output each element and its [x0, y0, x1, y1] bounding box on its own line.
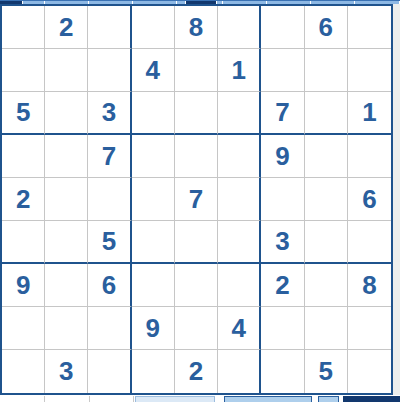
sudoku-cell-r4c1[interactable] [2, 135, 45, 178]
sudoku-cell-r1c6[interactable] [218, 6, 261, 49]
cell-divider-sliver [44, 396, 46, 402]
sudoku-cell-r7c8[interactable] [305, 264, 348, 307]
sudoku-cell-r6c8[interactable] [305, 221, 348, 264]
sudoku-cell-r5c2[interactable] [45, 178, 88, 221]
button-sliver[interactable] [135, 396, 215, 402]
sudoku-cell-r1c2[interactable]: 2 [45, 6, 88, 49]
sudoku-cell-r9c6[interactable] [218, 350, 261, 393]
sudoku-cell-r3c7[interactable]: 7 [261, 92, 304, 135]
sudoku-cell-r8c8[interactable] [305, 307, 348, 350]
sudoku-cell-r6c5[interactable] [175, 221, 218, 264]
sudoku-cell-r2c7[interactable] [261, 49, 304, 92]
sudoku-cell-r3c1[interactable]: 5 [2, 92, 45, 135]
sudoku-cell-r9c7[interactable] [261, 350, 304, 393]
sudoku-cell-r4c3[interactable]: 7 [88, 135, 131, 178]
sudoku-cell-r9c1[interactable] [2, 350, 45, 393]
sudoku-cell-r9c8[interactable]: 5 [305, 350, 348, 393]
sudoku-cell-r6c3[interactable]: 5 [88, 221, 131, 264]
sudoku-cell-r8c5[interactable] [175, 307, 218, 350]
sudoku-cell-r5c3[interactable] [88, 178, 131, 221]
sudoku-cell-r6c7[interactable]: 3 [261, 221, 304, 264]
button-sliver[interactable] [318, 396, 339, 402]
sudoku-cell-r9c4[interactable] [132, 350, 175, 393]
sudoku-cell-r7c1[interactable]: 9 [2, 264, 45, 307]
sudoku-cell-r9c9[interactable] [348, 350, 391, 393]
dark-panel-sliver [343, 396, 400, 402]
sudoku-cell-r8c9[interactable] [348, 307, 391, 350]
sudoku-cell-r3c2[interactable] [45, 92, 88, 135]
sudoku-cell-r5c1[interactable]: 2 [2, 178, 45, 221]
sudoku-cell-r4c9[interactable] [348, 135, 391, 178]
sudoku-cell-r4c7[interactable]: 9 [261, 135, 304, 178]
sudoku-cell-r5c4[interactable] [132, 178, 175, 221]
sudoku-board-wrap: 2864153717927653962894325 [0, 4, 393, 395]
sudoku-cell-r2c1[interactable] [2, 49, 45, 92]
sudoku-cell-r7c9[interactable]: 8 [348, 264, 391, 307]
sudoku-cell-r9c3[interactable] [88, 350, 131, 393]
sudoku-cell-r1c1[interactable] [2, 6, 45, 49]
sudoku-cell-r2c3[interactable] [88, 49, 131, 92]
sudoku-cell-r9c2[interactable]: 3 [45, 350, 88, 393]
sudoku-cell-r1c3[interactable] [88, 6, 131, 49]
sudoku-cell-r2c5[interactable] [175, 49, 218, 92]
sudoku-cell-r2c4[interactable]: 4 [132, 49, 175, 92]
sudoku-cell-r2c9[interactable] [348, 49, 391, 92]
sudoku-cell-r7c2[interactable] [45, 264, 88, 307]
sudoku-cell-r4c6[interactable] [218, 135, 261, 178]
sudoku-cell-r6c6[interactable] [218, 221, 261, 264]
sudoku-cell-r6c4[interactable] [132, 221, 175, 264]
sudoku-cell-r9c5[interactable]: 2 [175, 350, 218, 393]
sudoku-cell-r8c1[interactable] [2, 307, 45, 350]
sudoku-cell-r1c4[interactable] [132, 6, 175, 49]
sudoku-cell-r4c8[interactable] [305, 135, 348, 178]
sudoku-cell-r4c5[interactable] [175, 135, 218, 178]
sudoku-cell-r5c7[interactable] [261, 178, 304, 221]
sudoku-cell-r3c5[interactable] [175, 92, 218, 135]
sudoku-cell-r5c9[interactable]: 6 [348, 178, 391, 221]
sudoku-board: 2864153717927653962894325 [0, 4, 393, 395]
sudoku-cell-r2c2[interactable] [45, 49, 88, 92]
sudoku-cell-r3c3[interactable]: 3 [88, 92, 131, 135]
sudoku-cell-r7c4[interactable] [132, 264, 175, 307]
sudoku-cell-r7c6[interactable] [218, 264, 261, 307]
sudoku-cell-r2c8[interactable] [305, 49, 348, 92]
sudoku-cell-r3c4[interactable] [132, 92, 175, 135]
page-gutter [393, 4, 400, 395]
sudoku-cell-r1c9[interactable] [348, 6, 391, 49]
sudoku-cell-r5c5[interactable]: 7 [175, 178, 218, 221]
sudoku-cell-r8c3[interactable] [88, 307, 131, 350]
sudoku-cell-r3c8[interactable] [305, 92, 348, 135]
sudoku-cell-r7c5[interactable] [175, 264, 218, 307]
sudoku-cell-r4c2[interactable] [45, 135, 88, 178]
sudoku-cell-r3c9[interactable]: 1 [348, 92, 391, 135]
sudoku-cell-r6c9[interactable] [348, 221, 391, 264]
sudoku-cell-r4c4[interactable] [132, 135, 175, 178]
sudoku-cell-r8c7[interactable] [261, 307, 304, 350]
sudoku-cell-r6c1[interactable] [2, 221, 45, 264]
sudoku-cell-r8c4[interactable]: 9 [132, 307, 175, 350]
cell-divider-sliver [89, 396, 91, 402]
sudoku-cell-r5c8[interactable] [305, 178, 348, 221]
sudoku-cell-r2c6[interactable]: 1 [218, 49, 261, 92]
sudoku-cell-r8c6[interactable]: 4 [218, 307, 261, 350]
sudoku-cell-r1c5[interactable]: 8 [175, 6, 218, 49]
sudoku-cell-r1c7[interactable] [261, 6, 304, 49]
sudoku-cell-r1c8[interactable]: 6 [305, 6, 348, 49]
sudoku-cell-r7c7[interactable]: 2 [261, 264, 304, 307]
sudoku-cell-r7c3[interactable]: 6 [88, 264, 131, 307]
sudoku-cell-r8c2[interactable] [45, 307, 88, 350]
sudoku-cell-r3c6[interactable] [218, 92, 261, 135]
sudoku-cell-r5c6[interactable] [218, 178, 261, 221]
sudoku-cell-r6c2[interactable] [45, 221, 88, 264]
button-sliver[interactable] [224, 396, 312, 402]
bottom-chrome-strip [0, 395, 400, 402]
